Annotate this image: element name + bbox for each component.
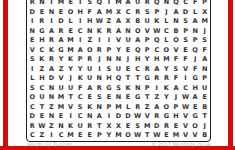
- grid-cell: U: [85, 74, 95, 84]
- grid-cell: P: [75, 55, 85, 65]
- grid-cell: M: [114, 102, 124, 112]
- grid-cell: I: [47, 17, 57, 27]
- grid-cell: H: [133, 55, 143, 65]
- grid-cell: M: [66, 36, 76, 46]
- grid-cell: L: [190, 7, 200, 17]
- grid-cell: S: [28, 83, 38, 93]
- grid-cell: Z: [56, 64, 66, 74]
- grid-cell: V: [190, 131, 200, 141]
- grid-cell: U: [114, 64, 124, 74]
- grid-cell: G: [162, 112, 172, 122]
- grid-cell: I: [66, 112, 76, 122]
- grid-cell: A: [152, 102, 162, 112]
- grid-cell: V: [181, 121, 191, 131]
- grid-cell: A: [95, 112, 105, 122]
- grid-cell: Y: [162, 93, 172, 103]
- grid-cell: D: [181, 7, 191, 17]
- grid-cell: H: [104, 74, 114, 84]
- grid-cell: Q: [114, 74, 124, 84]
- grid-cell: N: [114, 55, 124, 65]
- page-border-right: [228, 0, 233, 150]
- grid-cell: W: [152, 26, 162, 36]
- grid-cell: T: [37, 102, 47, 112]
- grid-cell: G: [37, 26, 47, 36]
- grid-cell: R: [95, 83, 105, 93]
- grid-cell: K: [66, 121, 76, 131]
- grid-cell: D: [152, 121, 162, 131]
- grid-cell: H: [37, 74, 47, 84]
- grid-cell: U: [123, 36, 133, 46]
- grid-cell: R: [133, 7, 143, 17]
- grid-cell: C: [37, 83, 47, 93]
- grid-cell: I: [75, 17, 85, 27]
- grid-cell: A: [56, 36, 66, 46]
- grid-cell: W: [181, 102, 191, 112]
- grid-cell: N: [28, 26, 38, 36]
- grid-cell: T: [142, 93, 152, 103]
- grid-cell: E: [66, 26, 76, 36]
- grid-cell: R: [95, 45, 105, 55]
- grid-cell: X: [123, 17, 133, 27]
- grid-cell: K: [85, 102, 95, 112]
- grid-cell: M: [66, 131, 76, 141]
- grid-cell: E: [75, 131, 85, 141]
- grid-cell: R: [133, 102, 143, 112]
- grid-cell: N: [47, 7, 57, 17]
- grid-cell: V: [181, 131, 191, 141]
- grid-cell: V: [28, 45, 38, 55]
- grid-cell: R: [47, 55, 57, 65]
- grid-cell: V: [114, 36, 124, 46]
- footer-brand: Words Up Puzzles: [27, 142, 72, 147]
- grid-cell: E: [123, 64, 133, 74]
- grid-cell: D: [123, 112, 133, 122]
- grid-cell: K: [66, 55, 76, 65]
- grid-cell: D: [28, 7, 38, 17]
- grid-cell: R: [56, 26, 66, 36]
- grid-cell: W: [37, 121, 47, 131]
- grid-cell: K: [152, 17, 162, 27]
- grid-cell: P: [142, 45, 152, 55]
- grid-cell: T: [200, 112, 210, 122]
- grid-cell: F: [171, 74, 181, 84]
- grid-cell: P: [104, 45, 114, 55]
- grid-cell: A: [190, 93, 200, 103]
- grid-cell: Q: [171, 0, 181, 7]
- grid-cell: A: [171, 7, 181, 17]
- grid-cell: F: [190, 64, 200, 74]
- grid-cell: U: [133, 0, 143, 7]
- grid-cell: U: [200, 83, 210, 93]
- grid-cell: N: [200, 64, 210, 74]
- grid-cell: B: [133, 17, 143, 27]
- grid-cell: P: [152, 7, 162, 17]
- grid-cell: T: [95, 121, 105, 131]
- grid-cell: E: [104, 93, 114, 103]
- grid-cell: T: [123, 74, 133, 84]
- grid-cell: U: [142, 17, 152, 27]
- grid-cell: C: [75, 93, 85, 103]
- grid-cell: D: [114, 112, 124, 122]
- grid-cell: K: [75, 74, 85, 84]
- grid-cell: A: [133, 36, 143, 46]
- grid-cell: M: [66, 45, 76, 55]
- grid-cell: X: [114, 7, 124, 17]
- grid-cell: F: [181, 55, 191, 65]
- grid-cell: S: [95, 93, 105, 103]
- grid-cell: N: [104, 55, 114, 65]
- grid-cell: Z: [37, 131, 47, 141]
- grid-cell: S: [133, 121, 143, 131]
- grid-cell: I: [95, 36, 105, 46]
- grid-cell: R: [104, 26, 114, 36]
- grid-cell: Z: [85, 36, 95, 46]
- grid-cell: I: [104, 112, 114, 122]
- grid-cell: C: [56, 131, 66, 141]
- grid-cell: H: [37, 36, 47, 46]
- grid-cell: W: [133, 112, 143, 122]
- grid-cell: M: [162, 55, 172, 65]
- grid-cell: R: [142, 64, 152, 74]
- grid-cell: U: [75, 121, 85, 131]
- grid-cell: U: [66, 83, 76, 93]
- grid-cell: B: [171, 26, 181, 36]
- grid-cell: G: [190, 112, 200, 122]
- grid-cell: A: [200, 55, 210, 65]
- grid-cell: P: [95, 131, 105, 141]
- grid-cell: N: [47, 83, 57, 93]
- grid-cell: E: [190, 102, 200, 112]
- grid-cell: U: [85, 64, 95, 74]
- grid-cell: R: [28, 121, 38, 131]
- grid-cell: O: [123, 131, 133, 141]
- grid-cell: R: [85, 55, 95, 65]
- grid-cell: I: [28, 17, 38, 27]
- grid-cell: C: [75, 112, 85, 122]
- grid-cell: Q: [152, 0, 162, 7]
- grid-cell: I: [104, 0, 114, 7]
- grid-cell: M: [104, 7, 114, 17]
- grid-cell: D: [47, 74, 57, 84]
- grid-cell: D: [28, 112, 38, 122]
- grid-cell: Z: [142, 102, 152, 112]
- grid-cell: E: [123, 93, 133, 103]
- grid-cell: P: [200, 74, 210, 84]
- puzzle-page: RNIMEISQIMAURQNQCFPDENEOHFAMXCRSPJADLXIR…: [0, 0, 235, 150]
- grid-cell: E: [28, 36, 38, 46]
- grid-cell: N: [37, 0, 47, 7]
- grid-cell: A: [47, 64, 57, 74]
- grid-cell: J: [200, 26, 210, 36]
- grid-cell: Z: [47, 102, 57, 112]
- grid-cell: H: [75, 7, 85, 17]
- grid-cell: S: [75, 102, 85, 112]
- grid-cell: Z: [104, 17, 114, 27]
- grid-cell: N: [114, 93, 124, 103]
- grid-cell: A: [152, 64, 162, 74]
- grid-cell: F: [200, 45, 210, 55]
- grid-cell: N: [85, 112, 95, 122]
- grid-cell: Y: [104, 131, 114, 141]
- grid-cell: C: [75, 26, 85, 36]
- grid-cell: E: [123, 121, 133, 131]
- grid-cell: N: [95, 102, 105, 112]
- grid-cell: C: [123, 7, 133, 17]
- grid-cell: E: [66, 0, 76, 7]
- grid-cell: N: [85, 26, 95, 36]
- grid-cell: T: [142, 131, 152, 141]
- grid-cell: J: [171, 93, 181, 103]
- grid-cell: P: [142, 83, 152, 93]
- grid-cell: E: [162, 131, 172, 141]
- grid-cell: O: [162, 102, 172, 112]
- grid-cell: M: [56, 93, 66, 103]
- grid-cell: H: [190, 83, 200, 93]
- grid-cell: Q: [95, 0, 105, 7]
- page-border-left: [3, 0, 8, 150]
- grid-cell: V: [142, 112, 152, 122]
- grid-cell: Z: [47, 121, 57, 131]
- grid-cell: P: [200, 0, 210, 7]
- grid-cell: O: [66, 7, 76, 17]
- grid-cell: D: [56, 17, 66, 27]
- grid-cell: Q: [133, 45, 143, 55]
- grid-cell: Y: [66, 64, 76, 74]
- grid-cell: A: [85, 83, 95, 93]
- grid-cell: K: [47, 45, 57, 55]
- grid-cell: F: [190, 0, 200, 7]
- grid-cell: A: [114, 26, 124, 36]
- grid-cell: X: [104, 121, 114, 131]
- grid-cell: S: [171, 64, 181, 74]
- grid-cell: J: [95, 55, 105, 65]
- grid-cell: G: [56, 45, 66, 55]
- grid-cell: I: [28, 64, 38, 74]
- grid-cell: F: [75, 83, 85, 93]
- grid-cell: T: [66, 93, 76, 103]
- grid-cell: N: [47, 93, 57, 103]
- grid-cell: A: [114, 17, 124, 27]
- grid-cell: W: [133, 131, 143, 141]
- grid-cell: Y: [162, 64, 172, 74]
- grid-cell: E: [85, 131, 95, 141]
- grid-cell: A: [47, 26, 57, 36]
- grid-cell: R: [162, 121, 172, 131]
- grid-cell: V: [181, 64, 191, 74]
- grid-cell: X: [114, 121, 124, 131]
- grid-cell: I: [75, 0, 85, 7]
- grid-cell: C: [28, 131, 38, 141]
- grid-cell: P: [190, 36, 200, 46]
- grid-cell: E: [37, 7, 47, 17]
- grid-cell: I: [181, 74, 191, 84]
- grid-cell: E: [56, 7, 66, 17]
- grid-cell: M: [56, 0, 66, 7]
- grid-cell: A: [123, 0, 133, 7]
- grid-cell: S: [181, 17, 191, 27]
- grid-cell: P: [104, 102, 114, 112]
- grid-cell: Y: [114, 45, 124, 55]
- grid-cell: C: [133, 64, 143, 74]
- grid-cell: O: [28, 93, 38, 103]
- grid-cell: L: [123, 102, 133, 112]
- grid-cell: V: [66, 102, 76, 112]
- grid-cell: P: [181, 26, 191, 36]
- grid-cell: F: [171, 55, 181, 65]
- grid-cell: F: [85, 7, 95, 17]
- grid-cell: M: [171, 131, 181, 141]
- grid-cell: N: [56, 121, 66, 131]
- grid-cell: N: [95, 74, 105, 84]
- grid-cell: E: [200, 93, 210, 103]
- grid-cell: J: [162, 7, 172, 17]
- grid-cell: S: [104, 64, 114, 74]
- grid-cell: Y: [56, 55, 66, 65]
- grid-cell: I: [47, 131, 57, 141]
- grid-cell: V: [142, 26, 152, 36]
- grid-cell: N: [162, 0, 172, 7]
- grid-cell: M: [114, 0, 124, 7]
- grid-cell: J: [190, 55, 200, 65]
- grid-cell: K: [37, 55, 47, 65]
- grid-cell: J: [123, 55, 133, 65]
- grid-cell: G: [142, 74, 152, 84]
- grid-cell: C: [28, 102, 38, 112]
- grid-cell: R: [142, 0, 152, 7]
- grid-cell: S: [200, 36, 210, 46]
- grid-cell: N: [123, 26, 133, 36]
- grid-cell: P: [142, 36, 152, 46]
- grid-cell: E: [181, 45, 191, 55]
- grid-cell: R: [162, 74, 172, 84]
- grid-cell: R: [47, 36, 57, 46]
- grid-cell: W: [181, 93, 191, 103]
- grid-cell: S: [181, 36, 191, 46]
- grid-cell: K: [123, 83, 133, 93]
- grid-cell: U: [37, 93, 47, 103]
- grid-cell: V: [171, 45, 181, 55]
- grid-cell: N: [171, 17, 181, 27]
- grid-cell: Z: [152, 93, 162, 103]
- grid-cell: Q: [152, 36, 162, 46]
- grid-cell: R: [152, 112, 162, 122]
- grid-cell: R: [28, 0, 38, 7]
- grid-cell: R: [152, 74, 162, 84]
- grid-cell: N: [47, 112, 57, 122]
- grid-cell: E: [123, 45, 133, 55]
- grid-cell: S: [28, 55, 38, 65]
- grid-cell: M: [142, 121, 152, 131]
- grid-cell: I: [47, 0, 57, 7]
- grid-cell: J: [66, 74, 76, 84]
- grid-cell: Q: [190, 45, 200, 55]
- footer: Words Up Puzzles © 2017 WordsUp.co.uk: [27, 142, 211, 148]
- grid-cell: T: [133, 74, 143, 84]
- grid-cell: A: [190, 17, 200, 27]
- grid-cell: M: [56, 102, 66, 112]
- grid-cell: E: [56, 112, 66, 122]
- grid-cell: L: [162, 36, 172, 46]
- grid-cell: A: [75, 45, 85, 55]
- grid-cell: H: [171, 112, 181, 122]
- grid-cell: Y: [75, 64, 85, 74]
- grid-cell: O: [171, 36, 181, 46]
- grid-cell: C: [152, 45, 162, 55]
- grid-cell: O: [190, 121, 200, 131]
- grid-cell: E: [37, 112, 47, 122]
- grid-cell: W: [152, 131, 162, 141]
- grid-cell: E: [171, 121, 181, 131]
- grid-cell: W: [95, 17, 105, 27]
- grid-cell: J: [200, 121, 210, 131]
- grid-cell: U: [56, 83, 66, 93]
- grid-cell: R: [85, 121, 95, 131]
- letter-grid: RNIMEISQIMAURQNQCFPDENEOHFAMXCRSPJADLXIR…: [28, 0, 210, 141]
- grid-cell: C: [181, 83, 191, 93]
- grid-cell: V: [56, 74, 66, 84]
- grid-cell: I: [95, 64, 105, 74]
- grid-cell: O: [133, 26, 143, 36]
- grid-cell: B: [200, 102, 210, 112]
- grid-cell: I: [152, 83, 162, 93]
- wordsearch-grid: RNIMEISQIMAURQNQCFPDENEOHFAMXCRSPJADLXIR…: [26, 0, 211, 142]
- grid-cell: H: [152, 55, 162, 65]
- grid-cell: H: [85, 17, 95, 27]
- grid-cell: X: [200, 7, 210, 17]
- grid-cell: E: [85, 93, 95, 103]
- grid-cell: S: [142, 7, 152, 17]
- grid-cell: V: [181, 112, 191, 122]
- grid-cell: I: [104, 36, 114, 46]
- grid-cell: O: [162, 45, 172, 55]
- grid-cell: A: [95, 7, 105, 17]
- grid-cell: S: [114, 83, 124, 93]
- grid-cell: A: [171, 83, 181, 93]
- grid-cell: C: [181, 0, 191, 7]
- grid-cell: I: [75, 36, 85, 46]
- grid-cell: L: [162, 17, 172, 27]
- grid-cell: O: [85, 45, 95, 55]
- grid-cell: S: [85, 0, 95, 7]
- grid-cell: M: [200, 17, 210, 27]
- grid-cell: N: [133, 83, 143, 93]
- grid-cell: C: [37, 45, 47, 55]
- grid-cell: K: [162, 83, 172, 93]
- grid-cell: Y: [142, 55, 152, 65]
- grid-cell: B: [200, 131, 210, 141]
- grid-cell: L: [66, 17, 76, 27]
- grid-cell: C: [162, 26, 172, 36]
- grid-cell: G: [133, 93, 143, 103]
- footer-copyright: © 2017 WordsUp.co.uk: [151, 142, 211, 147]
- grid-cell: L: [28, 74, 38, 84]
- grid-cell: R: [37, 17, 47, 27]
- grid-cell: K: [95, 26, 105, 36]
- grid-cell: P: [171, 102, 181, 112]
- grid-cell: N: [190, 26, 200, 36]
- grid-cell: M: [114, 131, 124, 141]
- grid-cell: G: [104, 83, 114, 93]
- grid-cell: Z: [37, 64, 47, 74]
- grid-cell: G: [190, 74, 200, 84]
